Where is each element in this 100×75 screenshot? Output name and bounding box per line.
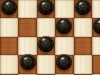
square-r0-c5[interactable] (92, 0, 100, 18)
checkers-board-viewport (0, 0, 100, 75)
square-r1-c3[interactable] (55, 18, 73, 36)
square-r4-c1[interactable] (18, 74, 36, 75)
square-r2-c3[interactable] (55, 37, 73, 55)
square-r1-c1[interactable] (18, 18, 36, 36)
square-r3-c0[interactable] (0, 55, 18, 73)
black-checker-piece[interactable] (20, 54, 36, 70)
black-checker-piece[interactable] (1, 0, 17, 15)
square-r2-c2[interactable] (37, 37, 55, 55)
square-r3-c5[interactable] (92, 55, 100, 73)
square-r4-c4[interactable] (74, 74, 92, 75)
square-r3-c3[interactable] (55, 55, 73, 73)
square-r0-c0[interactable] (0, 0, 18, 18)
square-r1-c5[interactable] (92, 18, 100, 36)
black-checker-piece[interactable] (93, 18, 100, 34)
black-checker-piece[interactable] (56, 18, 72, 34)
square-r3-c2[interactable] (37, 55, 55, 73)
square-r1-c2[interactable] (37, 18, 55, 36)
square-r1-c4[interactable] (74, 18, 92, 36)
square-r4-c2[interactable] (37, 74, 55, 75)
square-r2-c5[interactable] (92, 37, 100, 55)
square-r4-c0[interactable] (0, 74, 18, 75)
square-r3-c1[interactable] (18, 55, 36, 73)
square-r2-c1[interactable] (18, 37, 36, 55)
square-r4-c5[interactable] (92, 74, 100, 75)
black-checker-piece[interactable] (38, 36, 54, 52)
square-r2-c4[interactable] (74, 37, 92, 55)
square-r4-c3[interactable] (55, 74, 73, 75)
square-r1-c0[interactable] (0, 18, 18, 36)
square-r0-c4[interactable] (74, 0, 92, 18)
black-checker-piece[interactable] (56, 54, 72, 70)
checkers-board (0, 0, 100, 75)
square-r2-c0[interactable] (0, 37, 18, 55)
black-checker-piece[interactable] (75, 0, 91, 15)
black-checker-piece[interactable] (38, 0, 54, 15)
square-r0-c3[interactable] (55, 0, 73, 18)
square-r0-c1[interactable] (18, 0, 36, 18)
square-r3-c4[interactable] (74, 55, 92, 73)
square-r0-c2[interactable] (37, 0, 55, 18)
